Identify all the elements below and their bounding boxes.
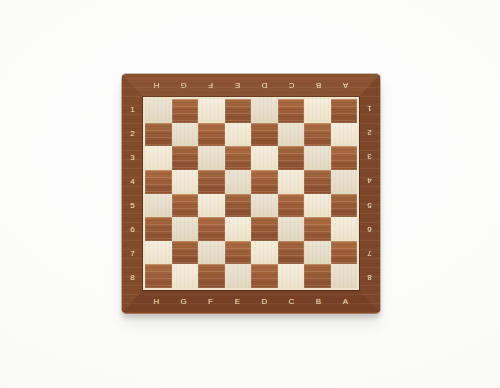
- file-labels-bottom: HGFEDCBA: [143, 290, 359, 313]
- square-d3[interactable]: [251, 146, 278, 170]
- coordinate-label: B: [305, 74, 332, 97]
- square-g3[interactable]: [172, 146, 199, 170]
- coordinate-label: 1: [122, 97, 143, 121]
- square-d7[interactable]: [251, 241, 278, 265]
- square-a4[interactable]: [331, 170, 358, 194]
- square-e1[interactable]: [225, 99, 252, 123]
- square-h4[interactable]: [145, 170, 172, 194]
- coordinate-label: 2: [359, 121, 380, 145]
- coordinate-label: 5: [122, 194, 143, 218]
- coordinate-label: G: [170, 74, 197, 97]
- coordinate-label: 2: [122, 121, 143, 145]
- square-b6[interactable]: [304, 217, 331, 241]
- square-e3[interactable]: [225, 146, 252, 170]
- square-b8[interactable]: [304, 264, 331, 288]
- square-a8[interactable]: [331, 264, 358, 288]
- coordinate-label: E: [224, 290, 251, 313]
- square-h6[interactable]: [145, 217, 172, 241]
- coordinate-label: 4: [122, 169, 143, 193]
- square-a6[interactable]: [331, 217, 358, 241]
- square-c8[interactable]: [278, 264, 305, 288]
- square-f5[interactable]: [198, 194, 225, 218]
- square-f3[interactable]: [198, 146, 225, 170]
- square-g4[interactable]: [172, 170, 199, 194]
- square-c2[interactable]: [278, 123, 305, 147]
- coordinate-label: 5: [359, 194, 380, 218]
- square-e5[interactable]: [225, 194, 252, 218]
- squares-grid: [145, 99, 357, 288]
- square-d4[interactable]: [251, 170, 278, 194]
- coordinate-label: E: [224, 74, 251, 97]
- rank-labels-left: 12345678: [122, 97, 143, 290]
- square-g5[interactable]: [172, 194, 199, 218]
- coordinate-label: F: [197, 74, 224, 97]
- square-d8[interactable]: [251, 264, 278, 288]
- square-d5[interactable]: [251, 194, 278, 218]
- square-g2[interactable]: [172, 123, 199, 147]
- square-c3[interactable]: [278, 146, 305, 170]
- square-e7[interactable]: [225, 241, 252, 265]
- coordinate-label: G: [170, 290, 197, 313]
- square-h1[interactable]: [145, 99, 172, 123]
- rank-labels-right: 12345678: [359, 97, 380, 290]
- coordinate-label: 8: [122, 266, 143, 290]
- chess-board: HGFEDCBA HGFEDCBA 12345678 12345678: [122, 74, 380, 313]
- square-f6[interactable]: [198, 217, 225, 241]
- square-b4[interactable]: [304, 170, 331, 194]
- photo-background: HGFEDCBA HGFEDCBA 12345678 12345678: [0, 0, 500, 388]
- coordinate-label: 4: [359, 169, 380, 193]
- coordinate-label: 3: [359, 145, 380, 169]
- coordinate-label: A: [332, 290, 359, 313]
- coordinate-label: H: [143, 290, 170, 313]
- coordinate-label: C: [278, 290, 305, 313]
- square-h2[interactable]: [145, 123, 172, 147]
- square-a2[interactable]: [331, 123, 358, 147]
- square-d6[interactable]: [251, 217, 278, 241]
- square-h5[interactable]: [145, 194, 172, 218]
- square-d1[interactable]: [251, 99, 278, 123]
- coordinate-label: A: [332, 74, 359, 97]
- square-c4[interactable]: [278, 170, 305, 194]
- square-f8[interactable]: [198, 264, 225, 288]
- square-b3[interactable]: [304, 146, 331, 170]
- square-f2[interactable]: [198, 123, 225, 147]
- square-b5[interactable]: [304, 194, 331, 218]
- square-e4[interactable]: [225, 170, 252, 194]
- file-labels-top: HGFEDCBA: [143, 74, 359, 97]
- coordinate-label: 6: [359, 218, 380, 242]
- coordinate-label: 7: [359, 242, 380, 266]
- square-g1[interactable]: [172, 99, 199, 123]
- coordinate-label: D: [251, 290, 278, 313]
- square-h7[interactable]: [145, 241, 172, 265]
- square-b1[interactable]: [304, 99, 331, 123]
- square-g8[interactable]: [172, 264, 199, 288]
- coordinate-label: C: [278, 74, 305, 97]
- coordinate-label: 3: [122, 145, 143, 169]
- square-c6[interactable]: [278, 217, 305, 241]
- square-a7[interactable]: [331, 241, 358, 265]
- playing-field: [143, 97, 359, 290]
- coordinate-label: B: [305, 290, 332, 313]
- square-e6[interactable]: [225, 217, 252, 241]
- coordinate-label: D: [251, 74, 278, 97]
- square-b7[interactable]: [304, 241, 331, 265]
- square-c1[interactable]: [278, 99, 305, 123]
- coordinate-label: 1: [359, 97, 380, 121]
- square-f7[interactable]: [198, 241, 225, 265]
- square-h8[interactable]: [145, 264, 172, 288]
- square-e8[interactable]: [225, 264, 252, 288]
- square-b2[interactable]: [304, 123, 331, 147]
- square-g7[interactable]: [172, 241, 199, 265]
- square-c5[interactable]: [278, 194, 305, 218]
- coordinate-label: 7: [122, 242, 143, 266]
- coordinate-label: 6: [122, 218, 143, 242]
- square-c7[interactable]: [278, 241, 305, 265]
- square-g6[interactable]: [172, 217, 199, 241]
- coordinate-label: F: [197, 290, 224, 313]
- square-e2[interactable]: [225, 123, 252, 147]
- square-h3[interactable]: [145, 146, 172, 170]
- square-d2[interactable]: [251, 123, 278, 147]
- coordinate-label: H: [143, 74, 170, 97]
- square-a3[interactable]: [331, 146, 358, 170]
- square-a5[interactable]: [331, 194, 358, 218]
- square-a1[interactable]: [331, 99, 358, 123]
- square-f4[interactable]: [198, 170, 225, 194]
- square-f1[interactable]: [198, 99, 225, 123]
- coordinate-label: 8: [359, 266, 380, 290]
